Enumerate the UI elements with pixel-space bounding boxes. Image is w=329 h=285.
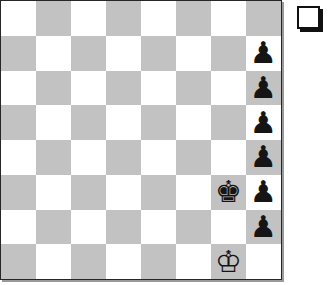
square-b5[interactable] (36, 105, 71, 140)
square-e7[interactable] (141, 36, 176, 71)
square-a2[interactable] (1, 210, 36, 245)
black-king[interactable]: ♚ (215, 177, 242, 207)
square-d6[interactable] (106, 71, 141, 106)
square-g7[interactable] (211, 36, 246, 71)
square-a4[interactable] (1, 140, 36, 175)
square-d1[interactable] (106, 244, 141, 279)
square-a1[interactable] (1, 244, 36, 279)
square-b7[interactable] (36, 36, 71, 71)
black-pawn[interactable]: ♟ (250, 108, 277, 138)
square-e1[interactable] (141, 244, 176, 279)
square-g1[interactable]: ♔ (211, 244, 246, 279)
square-e6[interactable] (141, 71, 176, 106)
square-g6[interactable] (211, 71, 246, 106)
square-f1[interactable] (176, 244, 211, 279)
square-h5[interactable]: ♟ (246, 105, 281, 140)
black-pawn[interactable]: ♟ (250, 177, 277, 207)
square-f3[interactable] (176, 175, 211, 210)
square-h2[interactable]: ♟ (246, 210, 281, 245)
square-h6[interactable]: ♟ (246, 71, 281, 106)
square-b8[interactable] (36, 1, 71, 36)
square-c8[interactable] (71, 1, 106, 36)
white-to-move-indicator (297, 6, 320, 29)
square-f5[interactable] (176, 105, 211, 140)
square-g8[interactable] (211, 1, 246, 36)
square-a5[interactable] (1, 105, 36, 140)
square-h4[interactable]: ♟ (246, 140, 281, 175)
square-f6[interactable] (176, 71, 211, 106)
white-king[interactable]: ♔ (215, 247, 242, 277)
square-f4[interactable] (176, 140, 211, 175)
square-c7[interactable] (71, 36, 106, 71)
chess-diagram: ♟♟♟♟♚♟♟♔ (0, 0, 329, 285)
square-f2[interactable] (176, 210, 211, 245)
square-g2[interactable] (211, 210, 246, 245)
square-g3[interactable]: ♚ (211, 175, 246, 210)
square-d4[interactable] (106, 140, 141, 175)
black-pawn[interactable]: ♟ (250, 212, 277, 242)
square-h7[interactable]: ♟ (246, 36, 281, 71)
square-h1[interactable] (246, 244, 281, 279)
square-c2[interactable] (71, 210, 106, 245)
square-d7[interactable] (106, 36, 141, 71)
square-b4[interactable] (36, 140, 71, 175)
square-e2[interactable] (141, 210, 176, 245)
square-g4[interactable] (211, 140, 246, 175)
square-b2[interactable] (36, 210, 71, 245)
square-c4[interactable] (71, 140, 106, 175)
square-e8[interactable] (141, 1, 176, 36)
square-a6[interactable] (1, 71, 36, 106)
square-h3[interactable]: ♟ (246, 175, 281, 210)
square-f8[interactable] (176, 1, 211, 36)
square-g5[interactable] (211, 105, 246, 140)
square-a8[interactable] (1, 1, 36, 36)
square-b1[interactable] (36, 244, 71, 279)
square-b3[interactable] (36, 175, 71, 210)
square-c1[interactable] (71, 244, 106, 279)
square-b6[interactable] (36, 71, 71, 106)
square-d8[interactable] (106, 1, 141, 36)
square-a7[interactable] (1, 36, 36, 71)
chess-board: ♟♟♟♟♚♟♟♔ (0, 0, 282, 280)
square-c6[interactable] (71, 71, 106, 106)
black-pawn[interactable]: ♟ (250, 38, 277, 68)
square-c3[interactable] (71, 175, 106, 210)
square-a3[interactable] (1, 175, 36, 210)
square-d3[interactable] (106, 175, 141, 210)
black-pawn[interactable]: ♟ (250, 73, 277, 103)
square-h8[interactable] (246, 1, 281, 36)
square-e3[interactable] (141, 175, 176, 210)
square-c5[interactable] (71, 105, 106, 140)
black-pawn[interactable]: ♟ (250, 142, 277, 172)
square-d5[interactable] (106, 105, 141, 140)
square-f7[interactable] (176, 36, 211, 71)
square-d2[interactable] (106, 210, 141, 245)
square-e4[interactable] (141, 140, 176, 175)
square-e5[interactable] (141, 105, 176, 140)
